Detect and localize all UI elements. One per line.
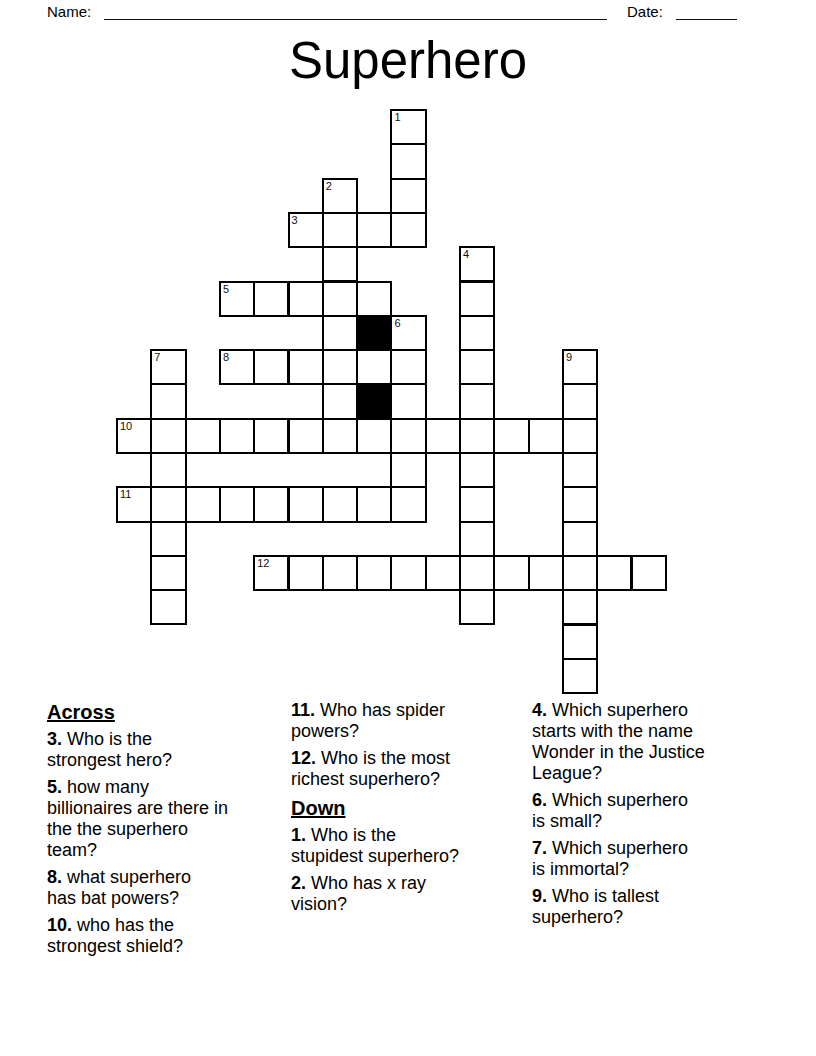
cell-r7c10[interactable]	[459, 349, 495, 385]
cell-r9c12[interactable]	[528, 418, 564, 454]
clue-number: 9.	[532, 886, 547, 906]
cell-r13c7[interactable]	[356, 555, 392, 591]
cell-r11c13[interactable]	[562, 486, 598, 522]
cell-r7c8[interactable]	[390, 349, 426, 385]
cell-r8c6[interactable]	[322, 383, 358, 419]
date-fill-line[interactable]	[676, 0, 737, 20]
grid-number-6: 6	[394, 317, 400, 329]
cell-r9c4[interactable]	[253, 418, 289, 454]
grid-number-8: 8	[223, 351, 229, 363]
cell-r10c1[interactable]	[150, 452, 186, 488]
cell-r12c13[interactable]	[562, 521, 598, 557]
cell-r4c10[interactable]: 4	[459, 246, 495, 282]
cell-r9c0[interactable]: 10	[116, 418, 152, 454]
cell-r3c5[interactable]: 3	[288, 212, 324, 248]
clue-down-2: 2. Who has x rayvision?	[291, 873, 536, 915]
grid-number-12: 12	[257, 557, 269, 569]
cell-r5c5[interactable]	[288, 281, 324, 317]
cell-r13c14[interactable]	[596, 555, 632, 591]
clue-down-7: 7. Which superherois immortal?	[532, 838, 777, 880]
puzzle-title: Superhero	[0, 34, 816, 88]
clue-number: 2.	[291, 873, 306, 893]
clue-number: 12.	[291, 748, 316, 768]
cell-r6c10[interactable]	[459, 315, 495, 351]
grid-number-2: 2	[326, 180, 332, 192]
clue-number: 6.	[532, 790, 547, 810]
clue-number: 4.	[532, 700, 547, 720]
cell-r13c8[interactable]	[390, 555, 426, 591]
cell-r11c6[interactable]	[322, 486, 358, 522]
grid-number-11: 11	[120, 488, 131, 500]
clue-across-8: 8. what superherohas bat powers?	[47, 867, 292, 909]
clue-number: 1.	[291, 825, 306, 845]
clue-down-1: 1. Who is thestupidest superhero?	[291, 825, 536, 867]
cell-r14c10[interactable]	[459, 589, 495, 625]
cell-r7c6[interactable]	[322, 349, 358, 385]
cell-r11c8[interactable]	[390, 486, 426, 522]
clues-column-1: Across3. Who is thestrongest hero?5. how…	[47, 700, 292, 963]
down-heading: Down	[291, 796, 536, 820]
cell-r10c13[interactable]	[562, 452, 598, 488]
clue-down-4: 4. Which superherostarts with the nameWo…	[532, 700, 777, 784]
clue-across-10: 10. who has thestrongest shield?	[47, 915, 292, 957]
grid-number-5: 5	[223, 283, 229, 295]
cell-r11c7[interactable]	[356, 486, 392, 522]
cell-r3c6[interactable]	[322, 212, 358, 248]
grid-number-4: 4	[463, 248, 469, 260]
black-cell-r8c7	[356, 383, 392, 419]
cell-r13c11[interactable]	[493, 555, 529, 591]
clue-number: 10.	[47, 915, 72, 935]
cell-r8c13[interactable]	[562, 383, 598, 419]
black-cell-r6c7	[356, 315, 392, 351]
cell-r12c1[interactable]	[150, 521, 186, 557]
cell-r11c0[interactable]: 11	[116, 486, 152, 522]
cell-r16c13[interactable]	[562, 658, 598, 694]
cell-r2c6[interactable]: 2	[322, 178, 358, 214]
cell-r15c13[interactable]	[562, 624, 598, 660]
clue-across-12: 12. Who is the mostrichest superhero?	[291, 748, 536, 790]
cell-r7c7[interactable]	[356, 349, 392, 385]
cell-r1c8[interactable]	[390, 143, 426, 179]
cell-r5c3[interactable]: 5	[219, 281, 255, 317]
grid-number-10: 10	[120, 420, 132, 432]
clue-number: 11.	[291, 700, 315, 720]
cell-r7c1[interactable]: 7	[150, 349, 186, 385]
cell-r0c8[interactable]: 1	[390, 109, 426, 145]
cell-r7c3[interactable]: 8	[219, 349, 255, 385]
cell-r9c11[interactable]	[493, 418, 529, 454]
cell-r9c1[interactable]	[150, 418, 186, 454]
cell-r11c3[interactable]	[219, 486, 255, 522]
cell-r13c6[interactable]	[322, 555, 358, 591]
cell-r10c10[interactable]	[459, 452, 495, 488]
clue-number: 8.	[47, 867, 62, 887]
cell-r9c7[interactable]	[356, 418, 392, 454]
cell-r7c4[interactable]	[253, 349, 289, 385]
cell-r13c5[interactable]	[288, 555, 324, 591]
clue-across-3: 3. Who is thestrongest hero?	[47, 729, 292, 771]
cell-r9c8[interactable]	[390, 418, 426, 454]
cell-r5c6[interactable]	[322, 281, 358, 317]
name-label: Name:	[47, 3, 91, 20]
cell-r11c5[interactable]	[288, 486, 324, 522]
cell-r14c1[interactable]	[150, 589, 186, 625]
cell-r14c13[interactable]	[562, 589, 598, 625]
cell-r5c10[interactable]	[459, 281, 495, 317]
cell-r13c4[interactable]: 12	[253, 555, 289, 591]
cell-r3c8[interactable]	[390, 212, 426, 248]
clues-column-2: 11. Who has spiderpowers?12. Who is the …	[291, 700, 536, 921]
cell-r2c8[interactable]	[390, 178, 426, 214]
cell-r11c10[interactable]	[459, 486, 495, 522]
cell-r10c8[interactable]	[390, 452, 426, 488]
cell-r5c7[interactable]	[356, 281, 392, 317]
name-fill-line[interactable]	[104, 0, 607, 20]
clue-across-5: 5. how manybillionaires are there inthe …	[47, 777, 292, 861]
cell-r11c1[interactable]	[150, 486, 186, 522]
grid-number-1: 1	[394, 111, 400, 123]
clue-across-11: 11. Who has spiderpowers?	[291, 700, 536, 742]
worksheet-page: Name: Date: Superhero 123456789101112 Ac…	[0, 0, 816, 1056]
cell-r13c15[interactable]	[631, 555, 667, 591]
clue-number: 7.	[532, 838, 547, 858]
cell-r13c13[interactable]	[562, 555, 598, 591]
cell-r13c12[interactable]	[528, 555, 564, 591]
cell-r9c6[interactable]	[322, 418, 358, 454]
cell-r12c10[interactable]	[459, 521, 495, 557]
cell-r13c10[interactable]	[459, 555, 495, 591]
cell-r8c10[interactable]	[459, 383, 495, 419]
cell-r9c10[interactable]	[459, 418, 495, 454]
across-heading: Across	[47, 700, 292, 724]
cell-r7c13[interactable]: 9	[562, 349, 598, 385]
cell-r11c2[interactable]	[185, 486, 221, 522]
grid-number-3: 3	[292, 214, 298, 226]
cell-r7c5[interactable]	[288, 349, 324, 385]
cell-r6c8[interactable]: 6	[390, 315, 426, 351]
cell-r11c4[interactable]	[253, 486, 289, 522]
clue-number: 3.	[47, 729, 62, 749]
cell-r5c4[interactable]	[253, 281, 289, 317]
clue-down-9: 9. Who is tallestsuperhero?	[532, 886, 777, 928]
cell-r8c8[interactable]	[390, 383, 426, 419]
cell-r3c7[interactable]	[356, 212, 392, 248]
cell-r4c6[interactable]	[322, 246, 358, 282]
cell-r13c9[interactable]	[425, 555, 461, 591]
clue-number: 5.	[47, 777, 62, 797]
grid-number-9: 9	[566, 351, 572, 363]
cell-r9c5[interactable]	[288, 418, 324, 454]
cell-r9c2[interactable]	[185, 418, 221, 454]
cell-r9c3[interactable]	[219, 418, 255, 454]
cell-r9c9[interactable]	[425, 418, 461, 454]
cell-r6c6[interactable]	[322, 315, 358, 351]
date-label: Date:	[627, 3, 663, 20]
cell-r13c1[interactable]	[150, 555, 186, 591]
grid-number-7: 7	[154, 351, 160, 363]
clues-column-3: 4. Which superherostarts with the nameWo…	[532, 700, 777, 934]
cell-r9c13[interactable]	[562, 418, 598, 454]
crossword-grid: 123456789101112	[116, 109, 668, 695]
cell-r8c1[interactable]	[150, 383, 186, 419]
clue-down-6: 6. Which superherois small?	[532, 790, 777, 832]
